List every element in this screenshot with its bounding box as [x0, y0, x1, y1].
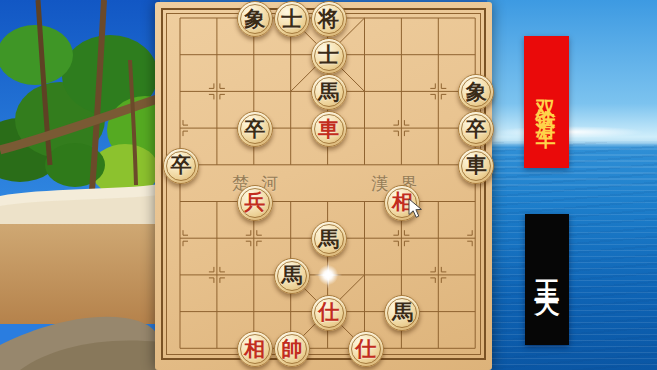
- piece-glyph: 馬: [318, 82, 339, 103]
- piece-glyph: 卒: [171, 155, 192, 176]
- piece-red-pawn[interactable]: 兵: [237, 185, 273, 221]
- piece-black-pawn[interactable]: 卒: [163, 148, 199, 184]
- piece-glyph: 卒: [244, 119, 265, 140]
- piece-black-horse[interactable]: 馬: [311, 74, 347, 110]
- piece-red-advisor[interactable]: 仕: [348, 331, 384, 367]
- piece-black-elephant[interactable]: 象: [237, 1, 273, 37]
- piece-black-pawn[interactable]: 卒: [237, 111, 273, 147]
- title-banner: 双铁滑车: [524, 36, 569, 168]
- piece-glyph: 士: [318, 45, 339, 66]
- piece-glyph: 仕: [318, 302, 339, 323]
- piece-black-chariot[interactable]: 車: [458, 148, 494, 184]
- piece-red-advisor[interactable]: 仕: [311, 295, 347, 331]
- piece-glyph: 車: [466, 155, 487, 176]
- palm-beach-illustration: [0, 0, 160, 370]
- piece-black-horse[interactable]: 馬: [311, 221, 347, 257]
- thumbnail-stage: 楚河 漢界 象士将士馬象卒車卒卒車兵相馬馬仕馬相帥仕 双铁滑车 王天一: [0, 0, 657, 370]
- piece-black-general[interactable]: 将: [311, 1, 347, 37]
- piece-black-advisor[interactable]: 士: [311, 38, 347, 74]
- piece-glyph: 兵: [244, 192, 265, 213]
- piece-glyph: 馬: [318, 229, 339, 250]
- piece-glyph: 仕: [355, 339, 376, 360]
- piece-red-elephant[interactable]: 相: [384, 185, 420, 221]
- piece-glyph: 車: [318, 119, 339, 140]
- piece-black-advisor[interactable]: 士: [274, 1, 310, 37]
- piece-glyph: 相: [392, 192, 413, 213]
- piece-red-general[interactable]: 帥: [274, 331, 310, 367]
- piece-glyph: 将: [318, 9, 339, 30]
- piece-glyph: 帥: [281, 339, 302, 360]
- player-name-banner: 王天一: [525, 214, 569, 345]
- piece-black-horse[interactable]: 馬: [274, 258, 310, 294]
- piece-glyph: 象: [466, 82, 487, 103]
- piece-red-chariot[interactable]: 車: [311, 111, 347, 147]
- piece-glyph: 馬: [392, 302, 413, 323]
- beach-background: [0, 0, 160, 370]
- piece-glyph: 相: [244, 339, 265, 360]
- piece-glyph: 士: [281, 9, 302, 30]
- xiangqi-board[interactable]: 楚河 漢界 象士将士馬象卒車卒卒車兵相馬馬仕馬相帥仕: [155, 2, 492, 370]
- piece-glyph: 馬: [281, 265, 302, 286]
- piece-glyph: 象: [244, 9, 265, 30]
- ocean-background: [487, 0, 657, 370]
- piece-black-horse[interactable]: 馬: [384, 295, 420, 331]
- piece-glyph: 卒: [466, 119, 487, 140]
- water-ripples: [487, 142, 657, 370]
- piece-red-elephant[interactable]: 相: [237, 331, 273, 367]
- cloud: [495, 126, 645, 138]
